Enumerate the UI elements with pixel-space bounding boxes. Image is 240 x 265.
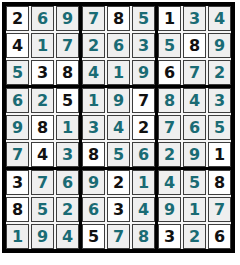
box-4: 625981743 — [6, 88, 79, 167]
cell-r9c7[interactable]: 3 — [158, 224, 181, 249]
cell-r1c4[interactable]: 7 — [82, 6, 105, 31]
sudoku-board: 269417538 785263419 134589672 625981743 … — [2, 2, 235, 253]
cell-r5c9[interactable]: 5 — [208, 115, 231, 140]
cell-r1c1[interactable]: 2 — [6, 6, 29, 31]
cell-r1c9[interactable]: 4 — [208, 6, 231, 31]
cell-r1c8[interactable]: 3 — [183, 6, 206, 31]
cell-r2c8[interactable]: 8 — [183, 33, 206, 58]
cell-r6c7[interactable]: 2 — [158, 142, 181, 167]
cell-r5c4[interactable]: 3 — [82, 115, 105, 140]
cell-r5c3[interactable]: 1 — [56, 115, 79, 140]
cell-r6c6[interactable]: 6 — [132, 142, 155, 167]
box-8: 921634578 — [82, 170, 155, 249]
cell-r5c5[interactable]: 4 — [107, 115, 130, 140]
cell-r6c9[interactable]: 1 — [208, 142, 231, 167]
cell-r3c3[interactable]: 8 — [56, 60, 79, 85]
cell-r6c4[interactable]: 8 — [82, 142, 105, 167]
cell-r8c6[interactable]: 4 — [132, 197, 155, 222]
cell-r1c5[interactable]: 8 — [107, 6, 130, 31]
cell-r8c2[interactable]: 5 — [31, 197, 54, 222]
box-9: 458917326 — [158, 170, 231, 249]
cell-r1c3[interactable]: 9 — [56, 6, 79, 31]
cell-r7c3[interactable]: 6 — [56, 170, 79, 195]
box-5: 197342856 — [82, 88, 155, 167]
box-2: 785263419 — [82, 6, 155, 85]
cell-r7c6[interactable]: 1 — [132, 170, 155, 195]
box-3: 134589672 — [158, 6, 231, 85]
cell-r4c7[interactable]: 8 — [158, 88, 181, 113]
box-6: 843765291 — [158, 88, 231, 167]
cell-r3c5[interactable]: 1 — [107, 60, 130, 85]
cell-r3c4[interactable]: 4 — [82, 60, 105, 85]
cell-r7c2[interactable]: 7 — [31, 170, 54, 195]
cell-r4c6[interactable]: 7 — [132, 88, 155, 113]
cell-r7c9[interactable]: 8 — [208, 170, 231, 195]
box-7: 376852194 — [6, 170, 79, 249]
cell-r9c6[interactable]: 8 — [132, 224, 155, 249]
cell-r9c2[interactable]: 9 — [31, 224, 54, 249]
cell-r9c8[interactable]: 2 — [183, 224, 206, 249]
cell-r9c3[interactable]: 4 — [56, 224, 79, 249]
cell-r3c6[interactable]: 9 — [132, 60, 155, 85]
box-1: 269417538 — [6, 6, 79, 85]
cell-r7c1[interactable]: 3 — [6, 170, 29, 195]
cell-r1c6[interactable]: 5 — [132, 6, 155, 31]
cell-r8c7[interactable]: 9 — [158, 197, 181, 222]
cell-r9c5[interactable]: 7 — [107, 224, 130, 249]
cell-r3c7[interactable]: 6 — [158, 60, 181, 85]
cell-r2c7[interactable]: 5 — [158, 33, 181, 58]
cell-r1c7[interactable]: 1 — [158, 6, 181, 31]
cell-r6c5[interactable]: 5 — [107, 142, 130, 167]
cell-r2c3[interactable]: 7 — [56, 33, 79, 58]
cell-r7c5[interactable]: 2 — [107, 170, 130, 195]
cell-r3c2[interactable]: 3 — [31, 60, 54, 85]
cell-r7c4[interactable]: 9 — [82, 170, 105, 195]
cell-r2c2[interactable]: 1 — [31, 33, 54, 58]
cell-r6c8[interactable]: 9 — [183, 142, 206, 167]
cell-r3c9[interactable]: 2 — [208, 60, 231, 85]
cell-r8c1[interactable]: 8 — [6, 197, 29, 222]
cell-r2c5[interactable]: 6 — [107, 33, 130, 58]
cell-r3c1[interactable]: 5 — [6, 60, 29, 85]
cell-r7c7[interactable]: 4 — [158, 170, 181, 195]
cell-r4c2[interactable]: 2 — [31, 88, 54, 113]
cell-r8c3[interactable]: 2 — [56, 197, 79, 222]
cell-r4c8[interactable]: 4 — [183, 88, 206, 113]
cell-r5c7[interactable]: 7 — [158, 115, 181, 140]
cell-r6c3[interactable]: 3 — [56, 142, 79, 167]
cell-r8c9[interactable]: 7 — [208, 197, 231, 222]
cell-r2c4[interactable]: 2 — [82, 33, 105, 58]
cell-r2c9[interactable]: 9 — [208, 33, 231, 58]
cell-r5c1[interactable]: 9 — [6, 115, 29, 140]
cell-r6c2[interactable]: 4 — [31, 142, 54, 167]
cell-r8c8[interactable]: 1 — [183, 197, 206, 222]
cell-r8c5[interactable]: 3 — [107, 197, 130, 222]
cell-r5c2[interactable]: 8 — [31, 115, 54, 140]
cell-r9c1[interactable]: 1 — [6, 224, 29, 249]
cell-r2c6[interactable]: 3 — [132, 33, 155, 58]
cell-r4c9[interactable]: 3 — [208, 88, 231, 113]
cell-r5c8[interactable]: 6 — [183, 115, 206, 140]
cell-r1c2[interactable]: 6 — [31, 6, 54, 31]
cell-r4c5[interactable]: 9 — [107, 88, 130, 113]
cell-r2c1[interactable]: 4 — [6, 33, 29, 58]
cell-r5c6[interactable]: 2 — [132, 115, 155, 140]
cell-r8c4[interactable]: 6 — [82, 197, 105, 222]
cell-r4c3[interactable]: 5 — [56, 88, 79, 113]
cell-r3c8[interactable]: 7 — [183, 60, 206, 85]
cell-r4c1[interactable]: 6 — [6, 88, 29, 113]
cell-r9c9[interactable]: 6 — [208, 224, 231, 249]
cell-r9c4[interactable]: 5 — [82, 224, 105, 249]
cell-r4c4[interactable]: 1 — [82, 88, 105, 113]
cell-r7c8[interactable]: 5 — [183, 170, 206, 195]
cell-r6c1[interactable]: 7 — [6, 142, 29, 167]
